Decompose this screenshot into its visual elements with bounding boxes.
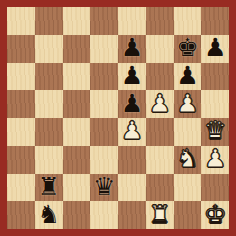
- square-h3[interactable]: ♟: [201, 146, 229, 174]
- square-f6[interactable]: [146, 63, 174, 91]
- square-g3[interactable]: ♞: [174, 146, 202, 174]
- white-pawn-g5[interactable]: ♟: [176, 91, 198, 116]
- chess-board: ♟♚♟♟♟♟♟♟♟♛♞♟♜♛♞♜♚: [7, 7, 229, 229]
- square-g6[interactable]: ♟: [174, 63, 202, 91]
- square-c5[interactable]: [63, 90, 91, 118]
- square-a5[interactable]: [7, 90, 35, 118]
- square-b8[interactable]: [35, 7, 63, 35]
- white-rook-f1[interactable]: ♜: [148, 202, 170, 227]
- square-b1[interactable]: ♞: [35, 201, 63, 229]
- square-c3[interactable]: [63, 146, 91, 174]
- square-f2[interactable]: [146, 174, 174, 202]
- square-c8[interactable]: [63, 7, 91, 35]
- square-f1[interactable]: ♜: [146, 201, 174, 229]
- black-pawn-e7[interactable]: ♟: [121, 35, 143, 60]
- square-h5[interactable]: [201, 90, 229, 118]
- square-e8[interactable]: [118, 7, 146, 35]
- square-d3[interactable]: [90, 146, 118, 174]
- square-a3[interactable]: [7, 146, 35, 174]
- square-d4[interactable]: [90, 118, 118, 146]
- square-g7[interactable]: ♚: [174, 35, 202, 63]
- square-g8[interactable]: [174, 7, 202, 35]
- square-g5[interactable]: ♟: [174, 90, 202, 118]
- square-g1[interactable]: [174, 201, 202, 229]
- square-b5[interactable]: [35, 90, 63, 118]
- square-d2[interactable]: ♛: [90, 174, 118, 202]
- white-pawn-e4[interactable]: ♟: [121, 118, 143, 143]
- square-f4[interactable]: [146, 118, 174, 146]
- black-pawn-g6[interactable]: ♟: [176, 63, 198, 88]
- black-pawn-e5[interactable]: ♟: [121, 91, 143, 116]
- black-pawn-e6[interactable]: ♟: [121, 63, 143, 88]
- black-king-g7[interactable]: ♚: [176, 35, 198, 60]
- square-f8[interactable]: [146, 7, 174, 35]
- square-a7[interactable]: [7, 35, 35, 63]
- white-queen-h4[interactable]: ♛: [204, 118, 226, 143]
- black-rook-b2[interactable]: ♜: [37, 174, 59, 199]
- chess-board-frame: ♟♚♟♟♟♟♟♟♟♛♞♟♜♛♞♜♚: [0, 0, 236, 236]
- square-c1[interactable]: [63, 201, 91, 229]
- square-d7[interactable]: [90, 35, 118, 63]
- black-queen-d2[interactable]: ♛: [93, 174, 115, 199]
- square-e7[interactable]: ♟: [118, 35, 146, 63]
- square-f3[interactable]: [146, 146, 174, 174]
- square-d5[interactable]: [90, 90, 118, 118]
- white-pawn-f5[interactable]: ♟: [148, 91, 170, 116]
- square-c4[interactable]: [63, 118, 91, 146]
- square-b4[interactable]: [35, 118, 63, 146]
- square-f7[interactable]: [146, 35, 174, 63]
- white-knight-g3[interactable]: ♞: [176, 146, 198, 171]
- square-a8[interactable]: [7, 7, 35, 35]
- square-d6[interactable]: [90, 63, 118, 91]
- square-e6[interactable]: ♟: [118, 63, 146, 91]
- square-c2[interactable]: [63, 174, 91, 202]
- white-pawn-h3[interactable]: ♟: [204, 146, 226, 171]
- square-h8[interactable]: [201, 7, 229, 35]
- white-king-h1[interactable]: ♚: [204, 202, 226, 227]
- black-knight-b1[interactable]: ♞: [37, 202, 59, 227]
- square-e1[interactable]: [118, 201, 146, 229]
- square-b3[interactable]: [35, 146, 63, 174]
- square-a6[interactable]: [7, 63, 35, 91]
- square-e2[interactable]: [118, 174, 146, 202]
- square-b7[interactable]: [35, 35, 63, 63]
- square-a4[interactable]: [7, 118, 35, 146]
- square-d1[interactable]: [90, 201, 118, 229]
- square-h4[interactable]: ♛: [201, 118, 229, 146]
- square-d8[interactable]: [90, 7, 118, 35]
- square-h2[interactable]: [201, 174, 229, 202]
- square-h1[interactable]: ♚: [201, 201, 229, 229]
- black-pawn-h7[interactable]: ♟: [204, 35, 226, 60]
- square-e5[interactable]: ♟: [118, 90, 146, 118]
- square-a1[interactable]: [7, 201, 35, 229]
- square-g4[interactable]: [174, 118, 202, 146]
- square-c7[interactable]: [63, 35, 91, 63]
- square-f5[interactable]: ♟: [146, 90, 174, 118]
- square-h7[interactable]: ♟: [201, 35, 229, 63]
- square-h6[interactable]: [201, 63, 229, 91]
- square-g2[interactable]: [174, 174, 202, 202]
- square-b2[interactable]: ♜: [35, 174, 63, 202]
- square-e4[interactable]: ♟: [118, 118, 146, 146]
- square-e3[interactable]: [118, 146, 146, 174]
- square-c6[interactable]: [63, 63, 91, 91]
- square-b6[interactable]: [35, 63, 63, 91]
- square-a2[interactable]: [7, 174, 35, 202]
